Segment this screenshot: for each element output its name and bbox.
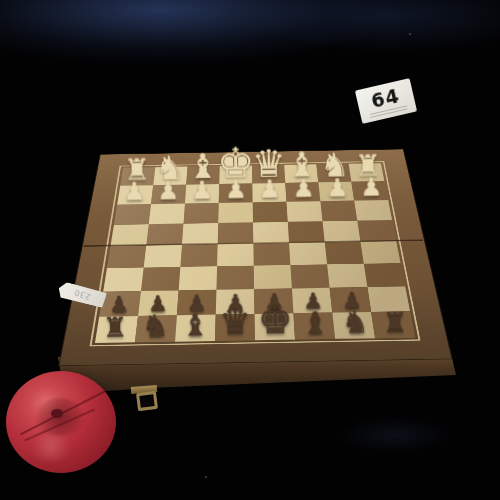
- square: ♟: [185, 184, 219, 204]
- squares: ♜♞♝♚♛♝♞♜♟♟♟♟♟♟♟♟♟♟♟♟♟♟♟♜♞♝♛♚♝♞♜: [95, 163, 415, 343]
- white-pawn: ♟: [156, 179, 179, 204]
- square: ♚: [255, 313, 295, 340]
- square: [218, 222, 254, 244]
- white-pawn: ♟: [326, 176, 349, 201]
- white-pawn: ♟: [360, 175, 383, 200]
- brass-latch-loop: [136, 391, 158, 411]
- square: [254, 265, 292, 289]
- square: [320, 201, 357, 222]
- ball-highlight: [26, 434, 77, 461]
- square: [149, 204, 185, 225]
- square: [287, 201, 323, 222]
- white-pawn: ♟: [258, 177, 281, 202]
- square: [216, 266, 254, 290]
- square: [179, 266, 217, 290]
- square: [218, 202, 253, 223]
- square: ♜: [95, 316, 138, 343]
- square: ♟: [285, 182, 320, 202]
- square: ♝: [175, 315, 216, 342]
- white-pawn: ♟: [224, 177, 247, 202]
- square: [183, 203, 218, 224]
- square: [114, 204, 151, 225]
- square: [253, 202, 288, 223]
- square: [107, 245, 146, 268]
- white-pawn: ♟: [190, 178, 213, 203]
- black-rook: ♜: [102, 315, 127, 343]
- black-queen: ♛: [219, 305, 251, 341]
- square: [289, 242, 327, 265]
- square: ♟: [252, 183, 286, 203]
- square: ♞: [332, 312, 375, 339]
- square: ♟: [219, 184, 253, 204]
- square: [253, 243, 290, 266]
- square: [364, 263, 405, 287]
- square: [354, 200, 392, 220]
- square: [141, 267, 180, 291]
- square: [290, 264, 329, 288]
- square: ♜: [371, 311, 415, 338]
- square: [322, 221, 360, 243]
- square: [357, 220, 396, 242]
- square: ♟: [351, 181, 388, 200]
- white-pawn: ♟: [123, 179, 146, 204]
- black-knight: ♞: [141, 311, 169, 342]
- square: [327, 264, 367, 288]
- square: [253, 222, 289, 244]
- black-king: ♚: [257, 300, 293, 340]
- string-tag-number: 230: [73, 288, 92, 302]
- square: [103, 268, 143, 292]
- white-pawn: ♟: [292, 176, 315, 201]
- red-ball: [6, 371, 116, 473]
- black-rook: ♜: [382, 310, 407, 338]
- square: [288, 221, 325, 243]
- square: ♟: [151, 185, 186, 205]
- square: [217, 243, 254, 266]
- square: [111, 224, 149, 246]
- square: [144, 245, 182, 268]
- square: [325, 242, 364, 265]
- square: [146, 224, 183, 246]
- board-scene: ♜♞♝♚♛♝♞♜♟♟♟♟♟♟♟♟♟♟♟♟♟♟♟♜♞♝♛♚♝♞♜: [53, 0, 452, 365]
- square: [182, 223, 218, 245]
- square: [360, 241, 400, 264]
- black-bishop: ♝: [181, 310, 209, 341]
- square: ♛: [215, 314, 255, 341]
- square: ♟: [117, 185, 153, 205]
- ball-center-mark: [51, 409, 63, 418]
- square: ♞: [135, 315, 177, 342]
- black-knight: ♞: [341, 307, 369, 338]
- auction-photo: ♜♞♝♚♛♝♞♜♟♟♟♟♟♟♟♟♟♟♟♟♟♟♟♜♞♝♛♚♝♞♜ 64 230: [0, 0, 500, 500]
- square: ♟: [318, 182, 354, 201]
- square: [180, 244, 217, 267]
- dust-speck: [205, 476, 207, 478]
- chess-board: ♜♞♝♚♛♝♞♜♟♟♟♟♟♟♟♟♟♟♟♟♟♟♟♜♞♝♛♚♝♞♜: [59, 149, 451, 365]
- square: ♝: [293, 313, 335, 340]
- black-bishop: ♝: [301, 308, 329, 339]
